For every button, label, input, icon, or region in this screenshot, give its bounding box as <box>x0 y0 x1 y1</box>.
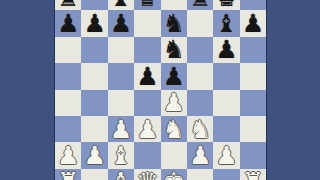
square-c5[interactable] <box>108 63 134 89</box>
square-a6[interactable] <box>55 37 81 63</box>
piece-white-rook[interactable]: ♜ <box>242 169 264 180</box>
square-d3[interactable]: ♟ <box>134 116 160 142</box>
piece-white-pawn[interactable]: ♟ <box>110 117 132 142</box>
square-d1[interactable]: ♛ <box>134 169 160 180</box>
piece-black-pawn[interactable]: ♟ <box>110 11 132 36</box>
piece-black-pawn[interactable]: ♟ <box>83 11 105 36</box>
square-a1[interactable]: ♜ <box>55 169 81 180</box>
square-h2[interactable] <box>240 142 266 168</box>
piece-black-rook[interactable]: ♜ <box>189 0 211 10</box>
square-b7[interactable]: ♟ <box>81 10 107 36</box>
square-e7[interactable]: ♞ <box>161 10 187 36</box>
square-d5[interactable]: ♟ <box>134 63 160 89</box>
square-b1[interactable] <box>81 169 107 180</box>
square-e2[interactable] <box>161 142 187 168</box>
square-a3[interactable] <box>55 116 81 142</box>
square-f3[interactable]: ♞ <box>187 116 213 142</box>
piece-black-pawn[interactable]: ♟ <box>136 64 158 89</box>
square-f7[interactable] <box>187 10 213 36</box>
square-f6[interactable] <box>187 37 213 63</box>
square-e5[interactable]: ♟ <box>161 63 187 89</box>
square-b2[interactable]: ♟ <box>81 142 107 168</box>
square-b3[interactable] <box>81 116 107 142</box>
square-b4[interactable] <box>81 90 107 116</box>
square-e4[interactable]: ♟ <box>161 90 187 116</box>
piece-white-pawn[interactable]: ♟ <box>136 117 158 142</box>
square-f4[interactable] <box>187 90 213 116</box>
square-h7[interactable]: ♟ <box>240 10 266 36</box>
square-f5[interactable] <box>187 63 213 89</box>
piece-white-queen[interactable]: ♛ <box>136 169 158 180</box>
square-d8[interactable]: ♛ <box>134 0 160 10</box>
piece-white-bishop[interactable]: ♝ <box>110 169 132 180</box>
square-e1[interactable]: ♚ <box>161 169 187 180</box>
piece-white-king[interactable]: ♚ <box>163 169 185 180</box>
square-e6[interactable]: ♞ <box>161 37 187 63</box>
square-e3[interactable]: ♞ <box>161 116 187 142</box>
square-d6[interactable] <box>134 37 160 63</box>
square-g4[interactable] <box>213 90 239 116</box>
square-h1[interactable]: ♜ <box>240 169 266 180</box>
piece-white-knight[interactable]: ♞ <box>189 117 211 142</box>
piece-black-pawn[interactable]: ♟ <box>242 11 264 36</box>
piece-white-pawn[interactable]: ♟ <box>189 143 211 168</box>
piece-black-pawn[interactable]: ♟ <box>163 64 185 89</box>
chess-board: ♜♝♛♜♚♟♟♟♞♝♟♞♟♟♟♟♟♟♞♞♟♟♝♟♟♜♝♛♚♜ <box>55 0 266 180</box>
square-c3[interactable]: ♟ <box>108 116 134 142</box>
square-c7[interactable]: ♟ <box>108 10 134 36</box>
piece-black-pawn[interactable]: ♟ <box>215 37 237 62</box>
square-c6[interactable] <box>108 37 134 63</box>
piece-white-knight[interactable]: ♞ <box>163 117 185 142</box>
piece-black-bishop[interactable]: ♝ <box>215 11 237 36</box>
square-g2[interactable]: ♟ <box>213 142 239 168</box>
square-a4[interactable] <box>55 90 81 116</box>
square-a5[interactable] <box>55 63 81 89</box>
square-f2[interactable]: ♟ <box>187 142 213 168</box>
piece-white-bishop[interactable]: ♝ <box>110 143 132 168</box>
piece-white-pawn[interactable]: ♟ <box>215 143 237 168</box>
piece-white-pawn[interactable]: ♟ <box>163 90 185 115</box>
square-h3[interactable] <box>240 116 266 142</box>
square-g3[interactable] <box>213 116 239 142</box>
square-b6[interactable] <box>81 37 107 63</box>
piece-white-pawn[interactable]: ♟ <box>57 143 79 168</box>
square-b5[interactable] <box>81 63 107 89</box>
square-h6[interactable] <box>240 37 266 63</box>
square-f1[interactable] <box>187 169 213 180</box>
square-c2[interactable]: ♝ <box>108 142 134 168</box>
square-g1[interactable] <box>213 169 239 180</box>
piece-black-queen[interactable]: ♛ <box>136 0 158 10</box>
square-d4[interactable] <box>134 90 160 116</box>
square-h4[interactable] <box>240 90 266 116</box>
piece-white-rook[interactable]: ♜ <box>57 169 79 180</box>
square-h5[interactable] <box>240 63 266 89</box>
square-f8[interactable]: ♜ <box>187 0 213 10</box>
square-a2[interactable]: ♟ <box>55 142 81 168</box>
piece-black-knight[interactable]: ♞ <box>163 11 185 36</box>
square-d7[interactable] <box>134 10 160 36</box>
piece-black-knight[interactable]: ♞ <box>163 37 185 62</box>
square-d2[interactable] <box>134 142 160 168</box>
square-g5[interactable] <box>213 63 239 89</box>
square-c4[interactable] <box>108 90 134 116</box>
piece-black-pawn[interactable]: ♟ <box>57 11 79 36</box>
square-a7[interactable]: ♟ <box>55 10 81 36</box>
square-c1[interactable]: ♝ <box>108 169 134 180</box>
square-g7[interactable]: ♝ <box>213 10 239 36</box>
piece-white-pawn[interactable]: ♟ <box>83 143 105 168</box>
video-frame: ♜♝♛♜♚♟♟♟♞♝♟♞♟♟♟♟♟♟♞♞♟♟♝♟♟♜♝♛♚♜ <box>0 0 320 180</box>
square-g6[interactable]: ♟ <box>213 37 239 63</box>
